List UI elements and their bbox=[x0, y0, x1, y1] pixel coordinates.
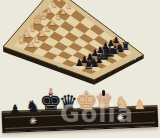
square-e4 bbox=[64, 32, 79, 42]
piece-white-bishop: ♝ bbox=[28, 23, 37, 33]
square-g3 bbox=[65, 16, 80, 28]
square-a6 bbox=[62, 60, 77, 68]
square-d6 bbox=[78, 48, 93, 57]
square-h6 bbox=[99, 32, 114, 43]
piece-white-knight: ♞ bbox=[22, 29, 31, 39]
piece-black-pawn: ♟ bbox=[80, 55, 88, 64]
square-f7 bbox=[98, 46, 113, 55]
product-photo-collage: ♜♞♝♛♚♝♞♜♟♟♟♟♟♟♟♟♟♟♟♟♟♟♟♟♜♞♝♛♚♝♞♜ ✳ ✳ ♟♞♚… bbox=[0, 0, 160, 138]
square-e7 bbox=[93, 49, 108, 58]
square-g4 bbox=[75, 22, 90, 33]
box-ornament-icon: ✳ bbox=[29, 116, 37, 125]
piece-white-bishop: ♝ bbox=[44, 6, 52, 15]
square-a8 bbox=[81, 67, 96, 74]
piece-white-pawn: ♟ bbox=[38, 30, 45, 38]
square-f3 bbox=[60, 21, 75, 32]
square-e8 bbox=[102, 55, 117, 63]
piece-white-pawn: ♟ bbox=[33, 35, 40, 43]
piece-black-pawn: ♟ bbox=[107, 39, 115, 47]
square-a5 bbox=[53, 56, 68, 64]
square-d8 bbox=[97, 58, 112, 66]
square-h4 bbox=[80, 17, 95, 29]
square-f8 bbox=[108, 52, 123, 61]
square-c5 bbox=[63, 47, 78, 56]
piece-black-pawn: ♟ bbox=[86, 52, 94, 61]
piece-black-pawn: ♟ bbox=[96, 46, 104, 55]
square-g7 bbox=[103, 42, 118, 52]
square-h2 bbox=[61, 3, 76, 16]
square-b3 bbox=[39, 42, 54, 51]
square-e5 bbox=[74, 38, 89, 48]
piece-black-pawn: ♟ bbox=[75, 58, 84, 68]
square-e3 bbox=[55, 26, 70, 37]
square-h8 bbox=[118, 46, 133, 56]
square-g6 bbox=[94, 36, 109, 46]
square-d4 bbox=[59, 37, 74, 47]
square-f6 bbox=[89, 40, 104, 50]
board-frame bbox=[3, 0, 143, 80]
square-g5 bbox=[84, 29, 99, 40]
square-b5 bbox=[58, 51, 73, 59]
piece-white-queen: ♛ bbox=[32, 15, 43, 27]
piece-black-knight: ♞ bbox=[115, 43, 125, 54]
piece-white-knight: ♞ bbox=[50, 1, 57, 9]
piece-black-knight: ♞ bbox=[89, 57, 100, 69]
square-g1 bbox=[46, 2, 61, 14]
square-f5 bbox=[79, 33, 94, 43]
piece-black-king: ♚ bbox=[103, 44, 117, 60]
square-c4 bbox=[54, 42, 69, 51]
square-e6 bbox=[83, 44, 98, 53]
piece-white-rook: ♜ bbox=[56, 0, 62, 3]
square-h1 bbox=[52, 0, 67, 9]
square-h7 bbox=[109, 39, 124, 49]
square-b1 bbox=[19, 34, 34, 44]
square-a4 bbox=[43, 52, 58, 60]
piece-white-pawn: ♟ bbox=[27, 40, 35, 49]
square-e1 bbox=[36, 15, 51, 26]
board-underside bbox=[3, 47, 94, 85]
clasp-icon bbox=[58, 65, 61, 68]
clasp-icon bbox=[133, 57, 136, 60]
square-b7 bbox=[77, 60, 92, 68]
square-f4 bbox=[70, 27, 85, 38]
piece-black-bishop: ♝ bbox=[94, 53, 105, 65]
square-d7 bbox=[88, 53, 103, 61]
board-underside bbox=[94, 55, 144, 85]
piece-black-pawn: ♟ bbox=[91, 49, 99, 58]
square-d3 bbox=[49, 32, 64, 42]
square-a7 bbox=[72, 64, 87, 71]
piece-white-rook: ♜ bbox=[17, 35, 26, 45]
box-trim-line bbox=[5, 111, 155, 118]
piece-black-pawn: ♟ bbox=[112, 36, 119, 44]
square-a3 bbox=[33, 48, 48, 57]
square-c6 bbox=[73, 52, 88, 60]
chess-box: ✳ ✳ bbox=[2, 105, 159, 133]
square-h3 bbox=[71, 10, 86, 22]
box-ornament-icon: ✳ bbox=[117, 113, 125, 122]
square-h5 bbox=[90, 25, 105, 36]
square-a1 bbox=[14, 40, 29, 50]
king-finial bbox=[102, 90, 105, 96]
square-d1 bbox=[30, 21, 45, 32]
square-d2 bbox=[40, 26, 55, 37]
square-b2 bbox=[29, 38, 44, 48]
piece-black-rook: ♜ bbox=[84, 60, 94, 72]
box-trim-line bbox=[5, 122, 155, 129]
square-f1 bbox=[41, 9, 56, 21]
piece-black-pawn: ♟ bbox=[102, 42, 110, 51]
piece-black-rook: ♜ bbox=[121, 41, 130, 51]
king-finial bbox=[49, 88, 52, 94]
piece-black-bishop: ♝ bbox=[110, 45, 121, 57]
piece-white-pawn: ♟ bbox=[66, 3, 72, 9]
piece-white-pawn: ♟ bbox=[60, 9, 66, 16]
piece-white-king: ♚ bbox=[38, 9, 49, 21]
square-e2 bbox=[45, 21, 60, 32]
square-g8 bbox=[113, 49, 128, 58]
square-b6 bbox=[67, 56, 82, 64]
square-a2 bbox=[24, 44, 39, 53]
piece-white-pawn: ♟ bbox=[55, 14, 61, 21]
square-c8 bbox=[92, 61, 107, 69]
piece-white-pawn: ♟ bbox=[44, 25, 51, 33]
square-c7 bbox=[82, 56, 97, 64]
square-c2 bbox=[34, 32, 49, 42]
square-g2 bbox=[56, 9, 71, 21]
square-d5 bbox=[68, 42, 83, 51]
square-b8 bbox=[87, 64, 102, 71]
piece-black-queen: ♛ bbox=[98, 48, 112, 63]
square-c3 bbox=[44, 37, 59, 47]
square-f2 bbox=[50, 15, 65, 27]
piece-white-pawn: ♟ bbox=[49, 19, 55, 26]
square-b4 bbox=[48, 47, 63, 56]
square-c1 bbox=[25, 27, 40, 38]
